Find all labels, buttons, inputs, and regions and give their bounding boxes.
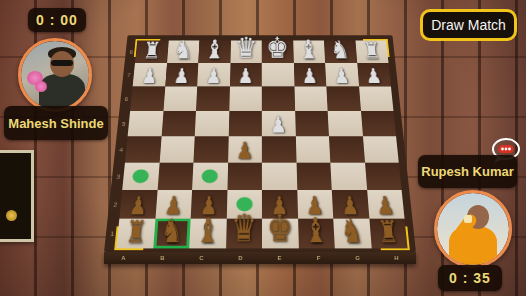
bronze-knight-b1: ♞	[160, 215, 184, 248]
square-h2[interactable]: ♟	[367, 190, 405, 219]
silver-pawn-g7: ♟	[333, 65, 350, 86]
square-c6[interactable]	[196, 87, 229, 111]
square-c8[interactable]: ♝	[198, 40, 230, 63]
square-f6[interactable]	[294, 87, 328, 111]
silver-pawn-f7: ♟	[302, 65, 319, 86]
silver-knight-b8: ♞	[173, 38, 194, 63]
rank-label-3: 3	[116, 173, 120, 179]
right-player-name: Rupesh Kumar	[418, 155, 517, 188]
left-player-clock: 0 : 00	[28, 8, 86, 32]
file-label-e: E	[260, 255, 299, 261]
rank-label-8: 8	[129, 49, 133, 54]
silver-pawn-c7: ♟	[205, 65, 221, 86]
square-e7[interactable]	[262, 63, 294, 86]
square-e5[interactable]: ♟	[262, 111, 296, 136]
bronze-knight-g1: ♞	[340, 215, 364, 248]
square-g4[interactable]	[329, 136, 365, 162]
square-h7[interactable]: ♟	[357, 63, 391, 86]
square-b3[interactable]	[157, 163, 193, 190]
draw-match-button[interactable]: Draw Match	[420, 9, 517, 41]
square-b1[interactable]: ♞	[153, 219, 191, 249]
square-g5[interactable]	[328, 111, 363, 136]
game-screen: 0 : 00 Mahesh Shinde Draw Match Rupesh K…	[0, 0, 526, 296]
bronze-rook-a1: ♜	[124, 217, 147, 247]
square-f4[interactable]	[295, 136, 330, 162]
file-label-f: F	[299, 255, 338, 261]
silver-pawn-a7: ♟	[141, 65, 159, 86]
file-label-g: G	[338, 255, 377, 261]
square-g7[interactable]: ♟	[325, 63, 359, 86]
bronze-pawn-c2: ♟	[200, 193, 218, 218]
move-hint-dot-d2[interactable]	[236, 197, 253, 211]
board-frame: 87654321 ♜♞♝♛♚♝♞♜♟♟♟♟♟♟♟♟♟♟♟♟♟♟♟♟♜♞♝♛♚♝♞…	[104, 35, 416, 252]
square-f5[interactable]	[295, 111, 329, 136]
square-a7[interactable]: ♟	[133, 63, 167, 86]
square-h8[interactable]: ♜	[355, 40, 388, 63]
square-a8[interactable]: ♜	[135, 40, 168, 63]
left-avatar-photo	[21, 41, 89, 109]
silver-pawn-h7: ♟	[365, 65, 383, 86]
square-h6[interactable]	[359, 87, 394, 111]
rank-label-2: 2	[113, 201, 117, 207]
medal-decoration	[6, 210, 17, 221]
square-e8[interactable]: ♚	[262, 40, 294, 63]
bronze-pawn-b2: ♟	[164, 193, 183, 218]
square-b8[interactable]: ♞	[167, 40, 200, 63]
silver-pawn-b7: ♟	[173, 65, 190, 86]
square-e6[interactable]	[262, 87, 295, 111]
silver-pawn-d7: ♟	[238, 65, 254, 86]
move-hint-dot-a3[interactable]	[132, 169, 149, 183]
silver-king-e8: ♚	[266, 34, 289, 63]
bronze-pawn-f2: ♟	[306, 193, 324, 218]
silver-bishop-f8: ♝	[298, 37, 319, 63]
square-g2[interactable]: ♟	[332, 190, 369, 219]
square-g8[interactable]: ♞	[324, 40, 357, 63]
square-g3[interactable]	[330, 163, 366, 190]
silver-pawn-e5: ♟	[270, 113, 287, 135]
square-e1[interactable]: ♚	[262, 219, 298, 249]
file-label-c: C	[182, 255, 221, 261]
square-f7[interactable]: ♟	[293, 63, 326, 86]
square-e2[interactable]: ♟	[262, 190, 298, 219]
right-player-clock: 0 : 35	[438, 265, 502, 291]
square-h4[interactable]	[363, 136, 399, 162]
rank-label-1: 1	[110, 230, 114, 236]
square-f3[interactable]	[296, 163, 332, 190]
left-player-avatar[interactable]	[18, 38, 92, 112]
bronze-bishop-f1: ♝	[304, 214, 328, 248]
square-a1[interactable]: ♜	[116, 219, 155, 249]
square-b5[interactable]	[161, 111, 196, 136]
square-d2[interactable]	[226, 190, 262, 219]
bronze-pawn-a2: ♟	[128, 193, 148, 218]
square-c5[interactable]	[195, 111, 229, 136]
square-d7[interactable]: ♟	[229, 63, 261, 86]
square-d4[interactable]: ♟	[228, 136, 262, 162]
square-c1[interactable]: ♝	[189, 219, 226, 249]
silver-queen-d8: ♛	[235, 34, 258, 63]
square-f2[interactable]: ♟	[297, 190, 333, 219]
bronze-pawn-g2: ♟	[341, 193, 360, 218]
bronze-pawn-h2: ♟	[376, 193, 396, 218]
square-c4[interactable]	[193, 136, 228, 162]
square-h1[interactable]: ♜	[369, 219, 408, 249]
square-b4[interactable]	[159, 136, 195, 162]
right-avatar-photo	[437, 193, 509, 265]
square-a6[interactable]	[130, 87, 165, 111]
square-e3[interactable]	[262, 163, 297, 190]
square-c7[interactable]: ♟	[197, 63, 230, 86]
bronze-pawn-d4: ♟	[236, 139, 253, 162]
square-g6[interactable]	[326, 87, 360, 111]
square-a3[interactable]	[122, 163, 159, 190]
square-a2[interactable]: ♟	[119, 190, 157, 219]
square-b6[interactable]	[163, 87, 197, 111]
file-label-h: H	[377, 255, 416, 261]
board-grid: ♜♞♝♛♚♝♞♜♟♟♟♟♟♟♟♟♟♟♟♟♟♟♟♟♜♞♝♛♚♝♞♜	[116, 40, 407, 248]
rank-label-5: 5	[122, 121, 126, 126]
square-f8[interactable]: ♝	[293, 40, 325, 63]
rank-label-6: 6	[124, 96, 128, 101]
bronze-pawn-e2: ♟	[271, 193, 289, 218]
square-d8[interactable]: ♛	[230, 40, 262, 63]
square-f1[interactable]: ♝	[298, 219, 335, 249]
bronze-bishop-c1: ♝	[196, 214, 220, 248]
square-b7[interactable]: ♟	[165, 63, 198, 86]
silver-rook-h8: ♜	[362, 40, 382, 63]
file-label-d: D	[221, 255, 260, 261]
silver-rook-a8: ♜	[142, 40, 162, 63]
sunglasses	[51, 60, 73, 66]
square-b2[interactable]: ♟	[155, 190, 192, 219]
silver-bishop-c8: ♝	[204, 37, 225, 63]
rank-label-4: 4	[119, 147, 123, 152]
file-label-a: A	[104, 255, 143, 261]
square-d3[interactable]	[227, 163, 262, 190]
chess-board: 87654321 ♜♞♝♛♚♝♞♜♟♟♟♟♟♟♟♟♟♟♟♟♟♟♟♟♜♞♝♛♚♝♞…	[104, 35, 416, 252]
square-e4[interactable]	[262, 136, 296, 162]
move-hint-dot-c3[interactable]	[202, 169, 219, 183]
square-c3[interactable]	[192, 163, 228, 190]
square-h3[interactable]	[365, 163, 402, 190]
square-a5[interactable]	[128, 111, 163, 136]
silver-knight-g8: ♞	[330, 38, 351, 63]
square-a4[interactable]	[125, 136, 161, 162]
file-labels: ABCDEFGH	[104, 252, 416, 264]
square-g1[interactable]: ♞	[333, 219, 371, 249]
wall-picture-decoration	[0, 150, 34, 242]
square-d1[interactable]: ♛	[226, 219, 262, 249]
square-d5[interactable]	[228, 111, 262, 136]
square-d6[interactable]	[229, 87, 262, 111]
square-c2[interactable]: ♟	[191, 190, 227, 219]
bronze-rook-h1: ♜	[377, 217, 400, 247]
right-player-avatar[interactable]	[434, 190, 512, 268]
square-h5[interactable]	[361, 111, 397, 136]
file-label-b: B	[143, 255, 182, 261]
rank-label-7: 7	[127, 72, 131, 77]
left-player-name: Mahesh Shinde	[4, 106, 108, 140]
